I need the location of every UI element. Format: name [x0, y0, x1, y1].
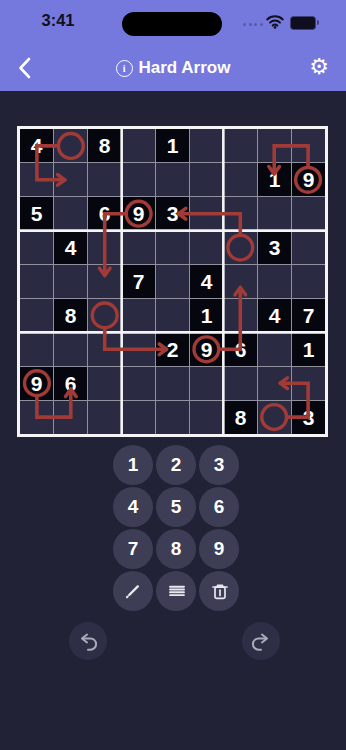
pencil-icon — [122, 580, 144, 602]
numpad-8-button[interactable]: 8 — [156, 529, 196, 569]
wifi-icon — [265, 14, 285, 29]
cell-r2c5[interactable] — [156, 163, 189, 196]
cell-r2c6[interactable] — [190, 163, 223, 196]
cell-r5c6[interactable]: 4 — [190, 265, 223, 298]
cell-r7c6[interactable]: 9 — [190, 333, 223, 366]
trash-icon — [208, 580, 230, 602]
cell-r2c7[interactable] — [224, 163, 257, 196]
cell-r5c4[interactable]: 7 — [122, 265, 155, 298]
notch — [122, 12, 222, 36]
cell-r4c2[interactable]: 4 — [54, 231, 87, 264]
cell-r7c7[interactable]: 6 — [224, 333, 257, 366]
info-circle-icon[interactable]: i — [116, 60, 133, 77]
numpad-1-button[interactable]: 1 — [113, 445, 153, 485]
undo-icon — [75, 628, 101, 654]
cell-r9c4[interactable] — [122, 401, 155, 434]
cell-r7c3[interactable] — [88, 333, 121, 366]
cell-r2c9[interactable]: 9 — [292, 163, 325, 196]
battery-icon — [290, 16, 316, 30]
cell-r9c8[interactable] — [258, 401, 291, 434]
numpad-3-button[interactable]: 3 — [199, 445, 239, 485]
cell-r6c1[interactable] — [20, 299, 53, 332]
cell-r1c5[interactable]: 1 — [156, 129, 189, 162]
cell-r3c8[interactable] — [258, 197, 291, 230]
cell-r7c9[interactable]: 1 — [292, 333, 325, 366]
cell-r6c7[interactable] — [224, 299, 257, 332]
cell-r4c3[interactable] — [88, 231, 121, 264]
numpad-4-button[interactable]: 4 — [113, 487, 153, 527]
cell-r3c1[interactable]: 5 — [20, 197, 53, 230]
cell-r2c1[interactable] — [20, 163, 53, 196]
cell-r3c3[interactable]: 6 — [88, 197, 121, 230]
trash-button[interactable] — [199, 571, 239, 611]
cell-r9c2[interactable] — [54, 401, 87, 434]
cell-r8c6[interactable] — [190, 367, 223, 400]
numpad: 123456789 — [113, 445, 239, 611]
cell-r4c5[interactable] — [156, 231, 189, 264]
numpad-2-button[interactable]: 2 — [156, 445, 196, 485]
cell-r9c6[interactable] — [190, 401, 223, 434]
cell-r4c7[interactable] — [224, 231, 257, 264]
cell-r4c6[interactable] — [190, 231, 223, 264]
cellular-signal-icon — [243, 23, 263, 26]
numpad-7-button[interactable]: 7 — [113, 529, 153, 569]
cell-r5c3[interactable] — [88, 265, 121, 298]
cell-r9c5[interactable] — [156, 401, 189, 434]
cell-r8c9[interactable] — [292, 367, 325, 400]
cell-r1c6[interactable] — [190, 129, 223, 162]
cell-r6c5[interactable] — [156, 299, 189, 332]
cell-r5c1[interactable] — [20, 265, 53, 298]
notes-button[interactable] — [156, 571, 196, 611]
cell-r3c6[interactable] — [190, 197, 223, 230]
page-title: i Hard Arrow — [0, 48, 346, 88]
cell-r7c8[interactable] — [258, 333, 291, 366]
cell-r8c4[interactable] — [122, 367, 155, 400]
cell-r1c7[interactable] — [224, 129, 257, 162]
cell-r9c3[interactable] — [88, 401, 121, 434]
undo-button[interactable] — [69, 622, 107, 660]
cell-r1c2[interactable] — [54, 129, 87, 162]
cell-r2c2[interactable] — [54, 163, 87, 196]
cell-r5c9[interactable] — [292, 265, 325, 298]
cell-r9c7[interactable]: 8 — [224, 401, 257, 434]
cell-r1c3[interactable]: 8 — [88, 129, 121, 162]
cell-r7c4[interactable] — [122, 333, 155, 366]
gear-icon[interactable]: ⚙ — [304, 50, 334, 84]
cell-r5c8[interactable] — [258, 265, 291, 298]
status-time: 3:41 — [34, 11, 82, 30]
redo-button[interactable] — [242, 622, 280, 660]
cell-r8c8[interactable] — [258, 367, 291, 400]
sudoku-board: 4811956934374814729619683 — [17, 126, 328, 437]
cell-r8c2[interactable]: 6 — [54, 367, 87, 400]
cell-r9c1[interactable] — [20, 401, 53, 434]
cell-r1c8[interactable] — [258, 129, 291, 162]
top-bar: 3:41 i Hard Arrow ⚙ — [0, 0, 346, 91]
cell-r6c4[interactable] — [122, 299, 155, 332]
cell-r5c7[interactable] — [224, 265, 257, 298]
cell-r2c3[interactable] — [88, 163, 121, 196]
cell-r1c9[interactable] — [292, 129, 325, 162]
cell-r6c9[interactable]: 7 — [292, 299, 325, 332]
page-title-label: Hard Arrow — [139, 58, 231, 78]
redo-icon — [248, 628, 274, 654]
cell-r4c1[interactable] — [20, 231, 53, 264]
cell-r3c5[interactable]: 3 — [156, 197, 189, 230]
cell-r3c2[interactable] — [54, 197, 87, 230]
numpad-5-button[interactable]: 5 — [156, 487, 196, 527]
cell-r5c2[interactable] — [54, 265, 87, 298]
cell-r3c9[interactable] — [292, 197, 325, 230]
cell-r4c9[interactable] — [292, 231, 325, 264]
app-screen: 3:41 i Hard Arrow ⚙ — [0, 0, 346, 750]
cell-r8c1[interactable]: 9 — [20, 367, 53, 400]
cell-r6c6[interactable]: 1 — [190, 299, 223, 332]
cell-r8c3[interactable] — [88, 367, 121, 400]
nav-bar: i Hard Arrow ⚙ — [0, 48, 346, 88]
numpad-6-button[interactable]: 6 — [199, 487, 239, 527]
cell-r4c4[interactable] — [122, 231, 155, 264]
cell-r6c2[interactable]: 8 — [54, 299, 87, 332]
cell-r1c4[interactable] — [122, 129, 155, 162]
cell-r3c7[interactable] — [224, 197, 257, 230]
cell-r3c4[interactable]: 9 — [122, 197, 155, 230]
pencil-button[interactable] — [113, 571, 153, 611]
cell-r7c2[interactable] — [54, 333, 87, 366]
cell-r4c8[interactable]: 3 — [258, 231, 291, 264]
numpad-9-button[interactable]: 9 — [199, 529, 239, 569]
cell-r5c5[interactable] — [156, 265, 189, 298]
cell-r6c3[interactable] — [88, 299, 121, 332]
cell-r7c1[interactable] — [20, 333, 53, 366]
cell-r6c8[interactable]: 4 — [258, 299, 291, 332]
cell-r2c4[interactable] — [122, 163, 155, 196]
cell-r2c8[interactable]: 1 — [258, 163, 291, 196]
cell-r1c1[interactable]: 4 — [20, 129, 53, 162]
cell-r8c7[interactable] — [224, 367, 257, 400]
cell-r8c5[interactable] — [156, 367, 189, 400]
cell-r9c9[interactable]: 3 — [292, 401, 325, 434]
cell-r7c5[interactable]: 2 — [156, 333, 189, 366]
notes-icon — [165, 580, 187, 602]
